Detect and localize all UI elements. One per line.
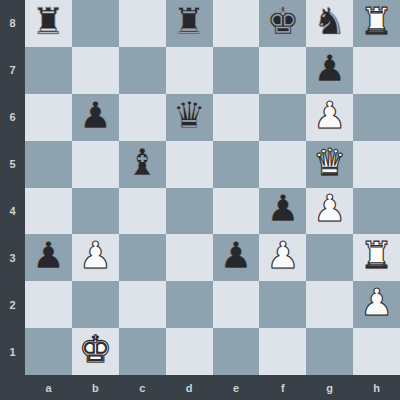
file-label-g: g — [306, 375, 353, 400]
file-label-a: a — [25, 375, 72, 400]
black-pawn[interactable]: ♟ — [32, 237, 65, 274]
rank-label-1: 1 — [0, 328, 25, 375]
black-knight[interactable]: ♞ — [313, 3, 346, 40]
square-g5[interactable]: ♛ — [306, 141, 353, 188]
square-d2[interactable] — [166, 281, 213, 328]
rank-label-5: 5 — [0, 141, 25, 188]
square-c6[interactable] — [119, 94, 166, 141]
black-pawn[interactable]: ♟ — [266, 190, 299, 227]
square-h7[interactable] — [353, 47, 400, 94]
white-pawn[interactable]: ♟ — [313, 97, 346, 134]
square-f4[interactable]: ♟ — [259, 188, 306, 235]
rank-label-3: 3 — [0, 234, 25, 281]
square-g7[interactable]: ♟ — [306, 47, 353, 94]
square-e4[interactable] — [213, 188, 260, 235]
square-b3[interactable]: ♟ — [72, 234, 119, 281]
square-f2[interactable] — [259, 281, 306, 328]
square-f5[interactable] — [259, 141, 306, 188]
square-a6[interactable] — [25, 94, 72, 141]
square-c5[interactable]: ♝ — [119, 141, 166, 188]
white-rook[interactable]: ♜ — [360, 3, 393, 40]
square-a7[interactable] — [25, 47, 72, 94]
square-h4[interactable] — [353, 188, 400, 235]
square-h2[interactable]: ♟ — [353, 281, 400, 328]
square-f1[interactable] — [259, 328, 306, 375]
white-pawn[interactable]: ♟ — [313, 190, 346, 227]
square-a8[interactable]: ♜ — [25, 0, 72, 47]
file-label-c: c — [119, 375, 166, 400]
square-g6[interactable]: ♟ — [306, 94, 353, 141]
black-rook[interactable]: ♜ — [172, 3, 205, 40]
square-b5[interactable] — [72, 141, 119, 188]
square-f7[interactable] — [259, 47, 306, 94]
square-g3[interactable] — [306, 234, 353, 281]
rank-label-8: 8 — [0, 0, 25, 47]
square-e3[interactable]: ♟ — [213, 234, 260, 281]
square-d3[interactable] — [166, 234, 213, 281]
rank-label-7: 7 — [0, 47, 25, 94]
square-a1[interactable] — [25, 328, 72, 375]
file-label-d: d — [166, 375, 213, 400]
rank-label-6: 6 — [0, 94, 25, 141]
black-pawn[interactable]: ♟ — [313, 50, 346, 87]
black-queen[interactable]: ♛ — [172, 97, 205, 134]
white-pawn[interactable]: ♟ — [79, 237, 112, 274]
square-g1[interactable] — [306, 328, 353, 375]
square-h8[interactable]: ♜ — [353, 0, 400, 47]
black-rook[interactable]: ♜ — [32, 3, 65, 40]
white-queen[interactable]: ♛ — [313, 144, 346, 181]
square-h5[interactable] — [353, 141, 400, 188]
square-g2[interactable] — [306, 281, 353, 328]
square-c8[interactable] — [119, 0, 166, 47]
white-king[interactable]: ♚ — [79, 331, 112, 368]
black-king[interactable]: ♚ — [266, 3, 299, 40]
square-e1[interactable] — [213, 328, 260, 375]
square-e6[interactable] — [213, 94, 260, 141]
rank-label-4: 4 — [0, 188, 25, 235]
square-a4[interactable] — [25, 188, 72, 235]
square-g4[interactable]: ♟ — [306, 188, 353, 235]
square-a2[interactable] — [25, 281, 72, 328]
square-c3[interactable] — [119, 234, 166, 281]
square-a5[interactable] — [25, 141, 72, 188]
square-d5[interactable] — [166, 141, 213, 188]
square-h3[interactable]: ♜ — [353, 234, 400, 281]
square-h6[interactable] — [353, 94, 400, 141]
square-c7[interactable] — [119, 47, 166, 94]
square-d7[interactable] — [166, 47, 213, 94]
square-g8[interactable]: ♞ — [306, 0, 353, 47]
black-pawn[interactable]: ♟ — [79, 97, 112, 134]
rank-label-2: 2 — [0, 281, 25, 328]
square-b1[interactable]: ♚ — [72, 328, 119, 375]
board-corner — [0, 375, 25, 400]
square-e7[interactable] — [213, 47, 260, 94]
white-rook[interactable]: ♜ — [360, 237, 393, 274]
white-pawn[interactable]: ♟ — [360, 284, 393, 321]
file-label-b: b — [72, 375, 119, 400]
square-c1[interactable] — [119, 328, 166, 375]
square-b7[interactable] — [72, 47, 119, 94]
chess-board: 8♜♜♚♞♜7♟6♟♛♟5♝♛4♟♟3♟♟♟♟♜2♟1♚abcdefgh — [0, 0, 400, 400]
square-d4[interactable] — [166, 188, 213, 235]
square-b6[interactable]: ♟ — [72, 94, 119, 141]
square-h1[interactable] — [353, 328, 400, 375]
black-bishop[interactable]: ♝ — [126, 144, 159, 181]
square-e5[interactable] — [213, 141, 260, 188]
square-d8[interactable]: ♜ — [166, 0, 213, 47]
square-b4[interactable] — [72, 188, 119, 235]
square-f6[interactable] — [259, 94, 306, 141]
file-label-e: e — [213, 375, 260, 400]
square-f8[interactable]: ♚ — [259, 0, 306, 47]
square-b8[interactable] — [72, 0, 119, 47]
black-pawn[interactable]: ♟ — [219, 237, 252, 274]
file-label-f: f — [259, 375, 306, 400]
file-label-h: h — [353, 375, 400, 400]
square-c4[interactable] — [119, 188, 166, 235]
square-c2[interactable] — [119, 281, 166, 328]
square-e2[interactable] — [213, 281, 260, 328]
square-e8[interactable] — [213, 0, 260, 47]
square-d6[interactable]: ♛ — [166, 94, 213, 141]
square-d1[interactable] — [166, 328, 213, 375]
square-f3[interactable]: ♟ — [259, 234, 306, 281]
white-pawn[interactable]: ♟ — [266, 237, 299, 274]
square-b2[interactable] — [72, 281, 119, 328]
square-a3[interactable]: ♟ — [25, 234, 72, 281]
